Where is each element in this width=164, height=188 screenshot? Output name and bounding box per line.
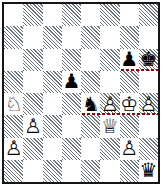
square-e6[interactable]: [81, 49, 100, 71]
square-f1[interactable]: [100, 160, 119, 182]
square-g4[interactable]: ♚♔: [120, 93, 139, 115]
board-frame: ♟♚♟♞♘♞♟♙♚♔♟♙♟♙♛♕♟♙♟♙♛: [2, 2, 160, 184]
piece-outline-layer: ♕: [101, 116, 119, 136]
square-c7[interactable]: [43, 26, 62, 48]
piece-white-pawn: ♟♙: [100, 93, 119, 115]
piece-black-pawn: ♟: [62, 71, 81, 93]
square-d4[interactable]: [62, 93, 81, 115]
piece-outline-layer: ♙: [120, 138, 138, 158]
square-h5[interactable]: [139, 71, 158, 93]
square-f2[interactable]: [100, 138, 119, 160]
square-b2[interactable]: [23, 138, 42, 160]
square-b5[interactable]: [23, 71, 42, 93]
square-e2[interactable]: [81, 138, 100, 160]
piece-white-king: ♚♔: [120, 93, 139, 115]
square-f7[interactable]: [100, 26, 119, 48]
piece-glyph: ♞: [82, 94, 100, 114]
square-d1[interactable]: [62, 160, 81, 182]
square-c8[interactable]: [43, 4, 62, 26]
square-a7[interactable]: [4, 26, 23, 48]
piece-outline-layer: ♙: [101, 94, 119, 114]
square-h2[interactable]: [139, 138, 158, 160]
piece-white-queen: ♛♕: [100, 115, 119, 137]
square-f3[interactable]: ♛♕: [100, 115, 119, 137]
square-f5[interactable]: [100, 71, 119, 93]
square-d5[interactable]: ♟: [62, 71, 81, 93]
square-g8[interactable]: [120, 4, 139, 26]
square-b3[interactable]: ♟♙: [23, 115, 42, 137]
piece-glyph: ♟: [62, 71, 80, 91]
square-e8[interactable]: [81, 4, 100, 26]
piece-black-knight: ♞: [81, 93, 100, 115]
square-g7[interactable]: [120, 26, 139, 48]
piece-white-knight: ♞♘: [4, 93, 23, 115]
square-h3[interactable]: [139, 115, 158, 137]
piece-white-pawn: ♟♙: [120, 138, 139, 160]
piece-black-queen: ♛: [139, 160, 158, 182]
square-g5[interactable]: [120, 71, 139, 93]
square-c5[interactable]: [43, 71, 62, 93]
square-f4[interactable]: ♟♙: [100, 93, 119, 115]
piece-outline-layer: ♔: [120, 94, 138, 114]
square-e1[interactable]: [81, 160, 100, 182]
piece-glyph: ♚: [139, 49, 157, 69]
square-d3[interactable]: [62, 115, 81, 137]
square-a8[interactable]: [4, 4, 23, 26]
square-a3[interactable]: [4, 115, 23, 137]
square-a6[interactable]: [4, 49, 23, 71]
square-e7[interactable]: [81, 26, 100, 48]
square-c4[interactable]: [43, 93, 62, 115]
square-e5[interactable]: [81, 71, 100, 93]
square-b8[interactable]: [23, 4, 42, 26]
square-b6[interactable]: [23, 49, 42, 71]
square-a2[interactable]: ♟♙: [4, 138, 23, 160]
piece-white-pawn: ♟♙: [23, 115, 42, 137]
square-c6[interactable]: [43, 49, 62, 71]
piece-glyph: ♛: [139, 160, 157, 180]
piece-white-pawn: ♟♙: [139, 93, 158, 115]
square-f8[interactable]: [100, 4, 119, 26]
square-h7[interactable]: [139, 26, 158, 48]
piece-glyph: ♟: [120, 49, 138, 69]
chess-board: ♟♚♟♞♘♞♟♙♚♔♟♙♟♙♛♕♟♙♟♙♛: [4, 4, 158, 182]
square-g6[interactable]: ♟: [120, 49, 139, 71]
square-c3[interactable]: [43, 115, 62, 137]
square-e4[interactable]: ♞: [81, 93, 100, 115]
square-d8[interactable]: [62, 4, 81, 26]
piece-black-king: ♚: [139, 49, 158, 71]
square-c1[interactable]: [43, 160, 62, 182]
square-b1[interactable]: [23, 160, 42, 182]
piece-outline-layer: ♙: [24, 116, 42, 136]
square-b4[interactable]: [23, 93, 42, 115]
square-c2[interactable]: [43, 138, 62, 160]
square-e3[interactable]: [81, 115, 100, 137]
square-h4[interactable]: ♟♙: [139, 93, 158, 115]
square-d2[interactable]: [62, 138, 81, 160]
square-d7[interactable]: [62, 26, 81, 48]
piece-outline-layer: ♙: [5, 138, 23, 158]
square-f6[interactable]: [100, 49, 119, 71]
square-a5[interactable]: [4, 71, 23, 93]
piece-black-pawn: ♟: [120, 49, 139, 71]
square-g3[interactable]: [120, 115, 139, 137]
square-b7[interactable]: [23, 26, 42, 48]
piece-outline-layer: ♙: [139, 94, 157, 114]
square-h1[interactable]: ♛: [139, 160, 158, 182]
square-h6[interactable]: ♚: [139, 49, 158, 71]
piece-white-pawn: ♟♙: [4, 138, 23, 160]
square-g2[interactable]: ♟♙: [120, 138, 139, 160]
square-g1[interactable]: [120, 160, 139, 182]
square-d6[interactable]: [62, 49, 81, 71]
piece-outline-layer: ♘: [5, 94, 23, 114]
square-a4[interactable]: ♞♘: [4, 93, 23, 115]
square-a1[interactable]: [4, 160, 23, 182]
square-h8[interactable]: [139, 4, 158, 26]
